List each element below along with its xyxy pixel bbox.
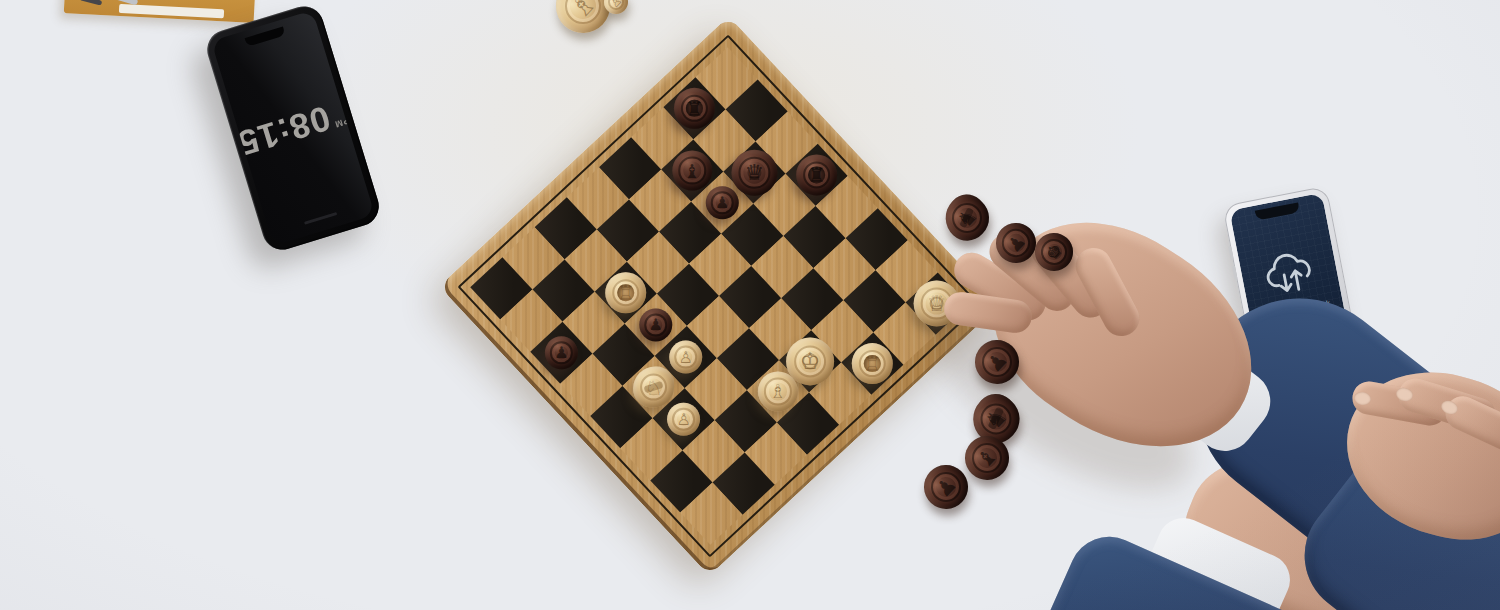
cloud-sync-icon: [1253, 239, 1325, 306]
black-pawn-glyph: ♟: [983, 348, 1011, 376]
white-bishop-glyph: ♗: [566, 0, 601, 23]
black-pawn-glyph: ♟: [1003, 230, 1029, 255]
black-pawn-glyph: ♟: [932, 473, 960, 501]
camera-notch: [1255, 202, 1300, 220]
black-king-glyph: ♚: [1042, 240, 1066, 264]
black-knight-glyph: ♞: [953, 204, 981, 232]
white-pawn-glyph: ♙: [608, 0, 624, 10]
loose-piece-black-knight[interactable]: ♞: [936, 187, 998, 249]
black-knight-glyph: ♞: [981, 404, 1012, 435]
scene: { "game": "chess", "position": { "fen": …: [0, 0, 1500, 610]
black-bishop-glyph: ♝: [973, 444, 1001, 472]
